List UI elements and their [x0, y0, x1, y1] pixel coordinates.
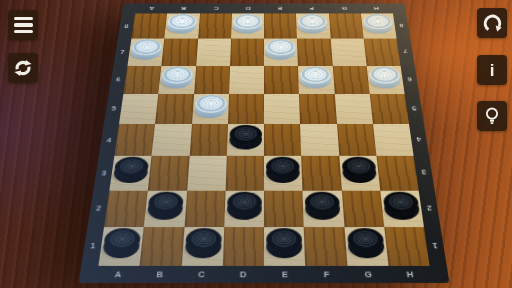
white-piece-h6[interactable] [366, 65, 404, 93]
square-c1[interactable] [181, 227, 224, 266]
coordinate-label: C [200, 3, 233, 13]
piece-top [300, 66, 331, 83]
square-h8[interactable] [361, 13, 397, 38]
square-c3[interactable] [187, 156, 227, 190]
menu-button[interactable] [8, 10, 38, 40]
square-g4[interactable] [337, 124, 377, 156]
square-e1[interactable] [264, 227, 305, 266]
square-a4[interactable] [114, 124, 155, 156]
coordinate-label: E [264, 266, 306, 283]
square-f2[interactable] [303, 190, 344, 227]
coordinate-label: G [347, 266, 390, 283]
info-icon: i [490, 62, 495, 79]
coordinate-label: 5 [405, 94, 424, 124]
white-piece-h8[interactable] [361, 13, 397, 38]
black-piece-e1[interactable] [264, 227, 305, 266]
square-g7[interactable] [330, 39, 366, 66]
undo-button[interactable] [477, 8, 507, 38]
hamburger-icon [14, 17, 33, 33]
square-c5[interactable] [192, 94, 229, 124]
square-h6[interactable] [366, 65, 404, 93]
square-f7[interactable] [297, 39, 332, 66]
info-button[interactable]: i [477, 55, 507, 85]
square-a5[interactable] [119, 94, 159, 124]
white-piece-d8[interactable] [231, 13, 264, 38]
restart-cycle-icon [12, 57, 34, 79]
square-b3[interactable] [148, 156, 189, 190]
coordinate-label: A [96, 266, 140, 283]
black-piece-g1[interactable] [344, 227, 388, 266]
black-piece-f2[interactable] [303, 190, 344, 227]
square-e3[interactable] [264, 156, 303, 190]
restart-button[interactable] [8, 53, 38, 83]
coordinate-label: E [264, 3, 296, 13]
square-h1[interactable] [384, 227, 430, 266]
square-a7[interactable] [127, 39, 164, 66]
rotate-arrow-icon [481, 12, 503, 34]
coordinate-label: D [232, 3, 264, 13]
coordinate-label: B [138, 266, 181, 283]
board-grid [98, 13, 429, 265]
square-f5[interactable] [299, 94, 336, 124]
white-piece-a7[interactable] [127, 39, 164, 66]
piece-top [227, 191, 262, 213]
black-piece-e3[interactable] [264, 156, 303, 190]
square-a1[interactable] [98, 227, 144, 266]
square-d5[interactable] [228, 94, 264, 124]
piece-top [305, 191, 341, 213]
black-piece-c1[interactable] [181, 227, 224, 266]
square-c6[interactable] [194, 65, 230, 93]
piece-top [233, 14, 262, 29]
square-d8[interactable] [231, 13, 264, 38]
square-b2[interactable] [144, 190, 187, 227]
square-c7[interactable] [196, 39, 231, 66]
square-h2[interactable] [380, 190, 424, 227]
square-e4[interactable] [264, 124, 301, 156]
coordinate-label: 7 [397, 39, 415, 66]
black-piece-a1[interactable] [98, 227, 144, 266]
square-b6[interactable] [159, 65, 196, 93]
piece-top [229, 125, 262, 144]
table-background: ABCDEFGH ABCDEFGH 87654321 87654321 [0, 0, 512, 288]
square-h7[interactable] [363, 39, 400, 66]
square-f8[interactable] [296, 13, 330, 38]
black-piece-d4[interactable] [227, 124, 264, 156]
piece-top [194, 95, 226, 113]
piece-top [266, 228, 302, 251]
black-piece-g3[interactable] [339, 156, 380, 190]
square-h4[interactable] [373, 124, 414, 156]
square-b4[interactable] [152, 124, 192, 156]
white-piece-f6[interactable] [298, 65, 334, 93]
white-piece-b6[interactable] [159, 65, 196, 93]
square-b7[interactable] [162, 39, 198, 66]
coordinate-label: H [360, 3, 393, 13]
coordinate-label: A [135, 3, 168, 13]
square-a3[interactable] [109, 156, 151, 190]
square-d6[interactable] [229, 65, 264, 93]
coordinate-label: G [328, 3, 361, 13]
black-piece-d2[interactable] [224, 190, 264, 227]
square-g5[interactable] [334, 94, 372, 124]
file-labels-top: ABCDEFGH [135, 3, 393, 13]
coordinate-label: F [296, 3, 329, 13]
coordinate-label: F [305, 266, 348, 283]
square-g1[interactable] [344, 227, 388, 266]
coordinate-label: C [180, 266, 223, 283]
square-d4[interactable] [227, 124, 264, 156]
square-h3[interactable] [376, 156, 418, 190]
coordinate-label: 4 [409, 124, 429, 156]
square-d2[interactable] [224, 190, 264, 227]
square-h5[interactable] [369, 94, 409, 124]
coordinate-label: B [167, 3, 200, 13]
square-b8[interactable] [165, 13, 200, 38]
checkers-app: ABCDEFGH ABCDEFGH 87654321 87654321 i [0, 0, 512, 288]
square-e7[interactable] [264, 39, 298, 66]
checkers-board: ABCDEFGH ABCDEFGH 87654321 87654321 [79, 3, 450, 283]
hint-button[interactable] [477, 101, 507, 131]
black-piece-b2[interactable] [144, 190, 187, 227]
lightbulb-icon [481, 105, 503, 127]
black-piece-h2[interactable] [380, 190, 424, 227]
square-e5[interactable] [264, 94, 300, 124]
square-f6[interactable] [298, 65, 334, 93]
white-piece-f8[interactable] [296, 13, 330, 38]
piece-top [185, 228, 222, 251]
square-g3[interactable] [339, 156, 380, 190]
white-piece-b8[interactable] [165, 13, 200, 38]
square-f4[interactable] [300, 124, 339, 156]
white-piece-c5[interactable] [192, 94, 229, 124]
black-piece-a3[interactable] [109, 156, 151, 190]
coordinate-label: H [388, 266, 432, 283]
file-labels-bottom: ABCDEFGH [96, 266, 432, 283]
piece-top [368, 66, 401, 83]
coordinate-label: D [222, 266, 264, 283]
white-piece-e7[interactable] [264, 39, 298, 66]
